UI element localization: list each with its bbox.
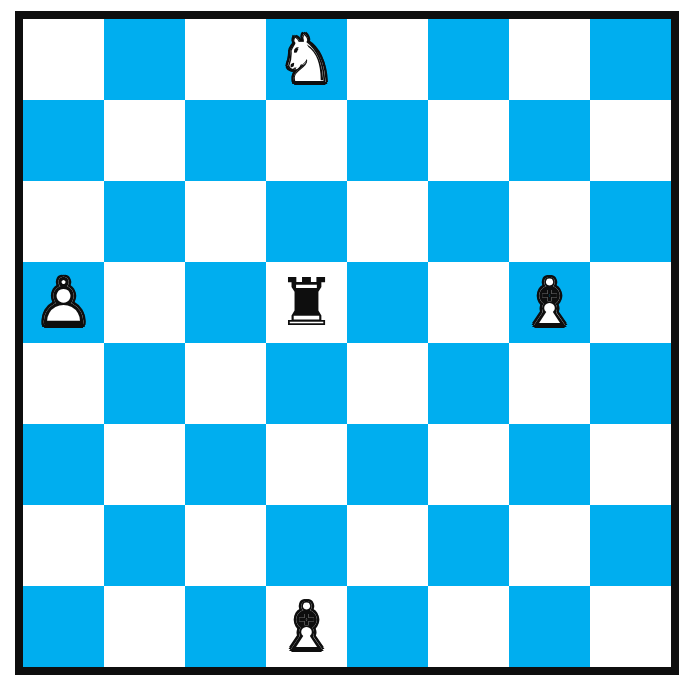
square-d3[interactable] (266, 424, 347, 505)
square-h5[interactable] (590, 262, 671, 343)
square-c1[interactable] (185, 586, 266, 667)
white-bishop-outline-glyph: ♗ (509, 262, 590, 343)
white-pawn-piece[interactable]: ♟♙ (23, 262, 104, 343)
square-f4[interactable] (428, 343, 509, 424)
black-rook-piece[interactable]: ♜ (266, 262, 347, 343)
square-c8[interactable] (185, 19, 266, 100)
black-rook-glyph: ♜ (266, 262, 347, 343)
square-g7[interactable] (509, 100, 590, 181)
square-f3[interactable] (428, 424, 509, 505)
square-h4[interactable] (590, 343, 671, 424)
square-a6[interactable] (23, 181, 104, 262)
white-bishop-outline-glyph: ♗ (266, 586, 347, 667)
square-f1[interactable] (428, 586, 509, 667)
square-g3[interactable] (509, 424, 590, 505)
square-f6[interactable] (428, 181, 509, 262)
chess-diagram-screen: ♞♘♟♙♜♝♗♝♗ (0, 0, 693, 689)
board-frame: ♞♘♟♙♜♝♗♝♗ (15, 11, 679, 675)
square-d1[interactable]: ♝♗ (266, 586, 347, 667)
square-g1[interactable] (509, 586, 590, 667)
square-a5[interactable]: ♟♙ (23, 262, 104, 343)
square-b5[interactable] (104, 262, 185, 343)
square-e8[interactable] (347, 19, 428, 100)
square-d6[interactable] (266, 181, 347, 262)
white-knight-outline-glyph: ♘ (266, 19, 347, 100)
white-knight-piece[interactable]: ♞♘ (266, 19, 347, 100)
square-h7[interactable] (590, 100, 671, 181)
square-e3[interactable] (347, 424, 428, 505)
square-a8[interactable] (23, 19, 104, 100)
square-g2[interactable] (509, 505, 590, 586)
square-h8[interactable] (590, 19, 671, 100)
square-c4[interactable] (185, 343, 266, 424)
square-a7[interactable] (23, 100, 104, 181)
square-f8[interactable] (428, 19, 509, 100)
square-b6[interactable] (104, 181, 185, 262)
square-b2[interactable] (104, 505, 185, 586)
square-b1[interactable] (104, 586, 185, 667)
square-b4[interactable] (104, 343, 185, 424)
square-b3[interactable] (104, 424, 185, 505)
square-c7[interactable] (185, 100, 266, 181)
square-g8[interactable] (509, 19, 590, 100)
square-h1[interactable] (590, 586, 671, 667)
square-f7[interactable] (428, 100, 509, 181)
square-d5[interactable]: ♜ (266, 262, 347, 343)
square-c2[interactable] (185, 505, 266, 586)
square-b7[interactable] (104, 100, 185, 181)
square-c5[interactable] (185, 262, 266, 343)
square-e5[interactable] (347, 262, 428, 343)
square-e1[interactable] (347, 586, 428, 667)
square-a3[interactable] (23, 424, 104, 505)
white-bishop-piece[interactable]: ♝♗ (509, 262, 590, 343)
square-d2[interactable] (266, 505, 347, 586)
square-e2[interactable] (347, 505, 428, 586)
square-f5[interactable] (428, 262, 509, 343)
square-g4[interactable] (509, 343, 590, 424)
square-f2[interactable] (428, 505, 509, 586)
square-b8[interactable] (104, 19, 185, 100)
square-c6[interactable] (185, 181, 266, 262)
square-e7[interactable] (347, 100, 428, 181)
square-c3[interactable] (185, 424, 266, 505)
square-a1[interactable] (23, 586, 104, 667)
white-bishop-piece[interactable]: ♝♗ (266, 586, 347, 667)
square-e4[interactable] (347, 343, 428, 424)
board-grid: ♞♘♟♙♜♝♗♝♗ (23, 19, 671, 667)
square-h6[interactable] (590, 181, 671, 262)
square-a2[interactable] (23, 505, 104, 586)
square-g5[interactable]: ♝♗ (509, 262, 590, 343)
square-a4[interactable] (23, 343, 104, 424)
square-d4[interactable] (266, 343, 347, 424)
square-h2[interactable] (590, 505, 671, 586)
white-pawn-outline-glyph: ♙ (23, 262, 104, 343)
square-d7[interactable] (266, 100, 347, 181)
square-h3[interactable] (590, 424, 671, 505)
square-e6[interactable] (347, 181, 428, 262)
square-d8[interactable]: ♞♘ (266, 19, 347, 100)
square-g6[interactable] (509, 181, 590, 262)
